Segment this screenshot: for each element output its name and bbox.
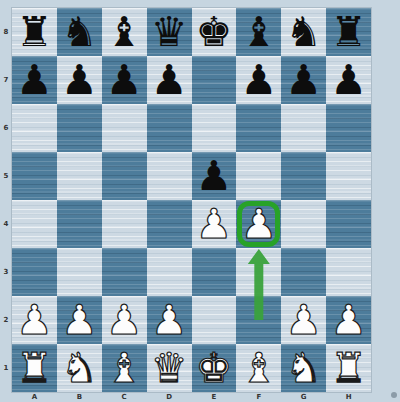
square-f1[interactable]: ♝ xyxy=(236,344,281,392)
white-bishop[interactable]: ♝ xyxy=(240,344,277,392)
square-g4[interactable] xyxy=(281,200,326,248)
square-g3[interactable] xyxy=(281,248,326,296)
square-f5[interactable] xyxy=(236,152,281,200)
square-c8[interactable]: ♝ xyxy=(102,8,147,56)
square-h3[interactable] xyxy=(326,248,371,296)
white-rook[interactable]: ♜ xyxy=(330,344,367,392)
square-h6[interactable] xyxy=(326,104,371,152)
white-pawn[interactable]: ♟ xyxy=(330,296,367,344)
square-g2[interactable]: ♟ xyxy=(281,296,326,344)
file-label: C xyxy=(102,392,147,402)
square-d4[interactable] xyxy=(147,200,192,248)
black-pawn[interactable]: ♟ xyxy=(330,56,367,104)
rank-label: 5 xyxy=(0,152,12,200)
black-pawn[interactable]: ♟ xyxy=(61,56,98,104)
square-b8[interactable]: ♞ xyxy=(57,8,102,56)
square-b5[interactable] xyxy=(57,152,102,200)
square-a3[interactable] xyxy=(12,248,57,296)
square-d2[interactable]: ♟ xyxy=(147,296,192,344)
square-b1[interactable]: ♞ xyxy=(57,344,102,392)
square-e1[interactable]: ♚ xyxy=(192,344,237,392)
rank-label: 7 xyxy=(0,56,12,104)
black-queen[interactable]: ♛ xyxy=(151,8,188,56)
square-a7[interactable]: ♟ xyxy=(12,56,57,104)
square-c2[interactable]: ♟ xyxy=(102,296,147,344)
rank-label: 3 xyxy=(0,248,12,296)
square-h4[interactable] xyxy=(326,200,371,248)
white-pawn[interactable]: ♟ xyxy=(16,296,53,344)
square-d6[interactable] xyxy=(147,104,192,152)
file-label: B xyxy=(57,392,102,402)
square-d3[interactable] xyxy=(147,248,192,296)
rank-label: 8 xyxy=(0,8,12,56)
file-label: H xyxy=(326,392,371,402)
square-f7[interactable]: ♟ xyxy=(236,56,281,104)
square-b6[interactable] xyxy=(57,104,102,152)
file-label: E xyxy=(192,392,237,402)
square-d5[interactable] xyxy=(147,152,192,200)
square-h1[interactable]: ♜ xyxy=(326,344,371,392)
black-pawn[interactable]: ♟ xyxy=(151,56,188,104)
file-label: D xyxy=(147,392,192,402)
black-rook[interactable]: ♜ xyxy=(16,8,53,56)
square-c5[interactable] xyxy=(102,152,147,200)
square-a8[interactable]: ♜ xyxy=(12,8,57,56)
rank-labels: 87654321 xyxy=(0,8,12,392)
black-pawn[interactable]: ♟ xyxy=(196,152,233,200)
square-g1[interactable]: ♞ xyxy=(281,344,326,392)
black-knight[interactable]: ♞ xyxy=(285,8,322,56)
square-f6[interactable] xyxy=(236,104,281,152)
black-king[interactable]: ♚ xyxy=(196,8,233,56)
square-e7[interactable] xyxy=(192,56,237,104)
square-h7[interactable]: ♟ xyxy=(326,56,371,104)
black-pawn[interactable]: ♟ xyxy=(240,56,277,104)
black-bishop[interactable]: ♝ xyxy=(106,8,143,56)
white-rook[interactable]: ♜ xyxy=(16,344,53,392)
square-b2[interactable]: ♟ xyxy=(57,296,102,344)
square-e2[interactable] xyxy=(192,296,237,344)
square-c1[interactable]: ♝ xyxy=(102,344,147,392)
rank-label: 1 xyxy=(0,344,12,392)
black-knight[interactable]: ♞ xyxy=(61,8,98,56)
board: ♜♞♝♛♚♝♞♜♟♟♟♟♟♟♟♟♟♟♟♟♟♟♟♟♜♞♝♛♚♝♞♜ xyxy=(12,8,371,392)
square-b7[interactable]: ♟ xyxy=(57,56,102,104)
square-a2[interactable]: ♟ xyxy=(12,296,57,344)
square-c7[interactable]: ♟ xyxy=(102,56,147,104)
square-c3[interactable] xyxy=(102,248,147,296)
square-e3[interactable] xyxy=(192,248,237,296)
white-pawn[interactable]: ♟ xyxy=(151,296,188,344)
resize-handle-dot[interactable] xyxy=(391,392,397,398)
square-f2[interactable] xyxy=(236,296,281,344)
black-pawn[interactable]: ♟ xyxy=(16,56,53,104)
white-pawn[interactable]: ♟ xyxy=(196,200,233,248)
square-g5[interactable] xyxy=(281,152,326,200)
rank-label: 2 xyxy=(0,296,12,344)
white-bishop[interactable]: ♝ xyxy=(106,344,143,392)
square-e8[interactable]: ♚ xyxy=(192,8,237,56)
square-e6[interactable] xyxy=(192,104,237,152)
white-king[interactable]: ♚ xyxy=(196,344,233,392)
white-pawn[interactable]: ♟ xyxy=(61,296,98,344)
square-f8[interactable]: ♝ xyxy=(236,8,281,56)
square-a6[interactable] xyxy=(12,104,57,152)
square-e4[interactable]: ♟ xyxy=(192,200,237,248)
square-a4[interactable] xyxy=(12,200,57,248)
white-pawn[interactable]: ♟ xyxy=(240,200,277,248)
black-rook[interactable]: ♜ xyxy=(330,8,367,56)
white-queen[interactable]: ♛ xyxy=(151,344,188,392)
square-a1[interactable]: ♜ xyxy=(12,344,57,392)
black-pawn[interactable]: ♟ xyxy=(285,56,322,104)
black-bishop[interactable]: ♝ xyxy=(240,8,277,56)
square-h5[interactable] xyxy=(326,152,371,200)
square-c4[interactable] xyxy=(102,200,147,248)
square-b4[interactable] xyxy=(57,200,102,248)
square-d8[interactable]: ♛ xyxy=(147,8,192,56)
square-g7[interactable]: ♟ xyxy=(281,56,326,104)
chess-board-app: 87654321 ♜♞♝♛♚♝♞♜♟♟♟♟♟♟♟♟♟♟♟♟♟♟♟♟♜♞♝♛♚♝♞… xyxy=(0,0,400,402)
file-label: F xyxy=(236,392,281,402)
white-knight[interactable]: ♞ xyxy=(61,344,98,392)
black-pawn[interactable]: ♟ xyxy=(106,56,143,104)
square-f4[interactable]: ♟ xyxy=(236,200,281,248)
square-a5[interactable] xyxy=(12,152,57,200)
square-h8[interactable]: ♜ xyxy=(326,8,371,56)
square-d1[interactable]: ♛ xyxy=(147,344,192,392)
file-label: A xyxy=(12,392,57,402)
square-g8[interactable]: ♞ xyxy=(281,8,326,56)
square-f3[interactable] xyxy=(236,248,281,296)
square-g6[interactable] xyxy=(281,104,326,152)
square-c6[interactable] xyxy=(102,104,147,152)
rank-label: 6 xyxy=(0,104,12,152)
square-h2[interactable]: ♟ xyxy=(326,296,371,344)
square-e5[interactable]: ♟ xyxy=(192,152,237,200)
file-labels: ABCDEFGH xyxy=(12,392,371,402)
rank-label: 4 xyxy=(0,200,12,248)
white-pawn[interactable]: ♟ xyxy=(285,296,322,344)
square-d7[interactable]: ♟ xyxy=(147,56,192,104)
square-b3[interactable] xyxy=(57,248,102,296)
white-pawn[interactable]: ♟ xyxy=(106,296,143,344)
file-label: G xyxy=(281,392,326,402)
white-knight[interactable]: ♞ xyxy=(285,344,322,392)
